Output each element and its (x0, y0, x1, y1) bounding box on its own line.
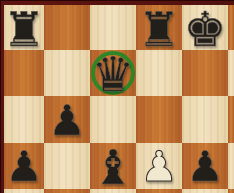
square-f6[interactable] (228, 96, 234, 143)
square-e6[interactable] (182, 96, 228, 143)
square-b6[interactable]: ♟ (44, 96, 90, 143)
square-d8[interactable]: ♜ (136, 5, 182, 50)
square-a7[interactable] (4, 50, 44, 96)
square-b7[interactable] (44, 50, 90, 96)
chess-board-frame: ♜♜♚♛♟♟♝♟♟ (0, 0, 234, 193)
black-pawn-piece[interactable]: ♟ (182, 144, 228, 190)
square-f7[interactable] (228, 50, 234, 96)
square-b8[interactable] (44, 5, 90, 50)
square-e5[interactable]: ♟ (182, 143, 228, 189)
black-king-piece[interactable]: ♚ (182, 6, 228, 51)
square-c6[interactable] (90, 96, 136, 143)
white-pawn-piece[interactable]: ♟ (136, 144, 182, 190)
black-pawn-piece[interactable]: ♟ (44, 97, 90, 144)
black-rook-piece[interactable]: ♜ (4, 6, 44, 51)
square-c7[interactable]: ♛ (90, 50, 136, 96)
square-f4[interactable] (228, 189, 234, 193)
square-f8[interactable] (228, 5, 234, 50)
square-d7[interactable] (136, 50, 182, 96)
square-b5[interactable] (44, 143, 90, 189)
square-e8[interactable]: ♚ (182, 5, 228, 50)
square-a5[interactable]: ♟ (4, 143, 44, 189)
square-b4[interactable] (44, 189, 90, 193)
chess-board: ♜♜♚♛♟♟♝♟♟ (4, 5, 234, 193)
square-c5[interactable]: ♝ (90, 143, 136, 189)
square-d6[interactable] (136, 96, 182, 143)
black-rook-piece[interactable]: ♜ (136, 6, 182, 51)
black-queen-piece[interactable]: ♛ (90, 51, 136, 97)
square-d5[interactable]: ♟ (136, 143, 182, 189)
square-c8[interactable] (90, 5, 136, 50)
square-a8[interactable]: ♜ (4, 5, 44, 50)
square-f5[interactable] (228, 143, 234, 189)
black-pawn-piece[interactable]: ♟ (4, 144, 44, 190)
square-a6[interactable] (4, 96, 44, 143)
square-e7[interactable] (182, 50, 228, 96)
black-bishop-piece[interactable]: ♝ (90, 144, 136, 190)
